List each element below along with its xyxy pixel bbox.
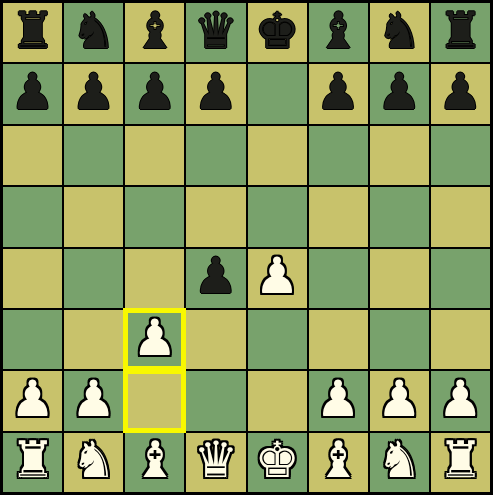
square-c6[interactable] (125, 126, 184, 185)
square-f7[interactable]: ♟ (309, 64, 368, 123)
square-d8[interactable]: ♛ (186, 3, 245, 62)
square-e8[interactable]: ♚ (248, 3, 307, 62)
square-e5[interactable] (248, 187, 307, 246)
square-c7[interactable]: ♟ (125, 64, 184, 123)
square-g4[interactable] (370, 249, 429, 308)
square-f3[interactable] (309, 310, 368, 369)
square-a1[interactable]: ♜ (3, 433, 62, 492)
piece-white-bishop[interactable]: ♝ (316, 435, 361, 485)
piece-white-bishop[interactable]: ♝ (132, 435, 177, 485)
square-g7[interactable]: ♟ (370, 64, 429, 123)
piece-white-pawn[interactable]: ♟ (71, 374, 116, 424)
piece-black-knight[interactable]: ♞ (71, 6, 116, 56)
square-b7[interactable]: ♟ (64, 64, 123, 123)
square-e6[interactable] (248, 126, 307, 185)
square-a4[interactable] (3, 249, 62, 308)
square-d3[interactable] (186, 310, 245, 369)
piece-black-king[interactable]: ♚ (255, 6, 300, 56)
square-c5[interactable] (125, 187, 184, 246)
piece-white-pawn[interactable]: ♟ (132, 313, 177, 363)
piece-white-pawn[interactable]: ♟ (438, 374, 483, 424)
square-f1[interactable]: ♝ (309, 433, 368, 492)
piece-white-pawn[interactable]: ♟ (316, 374, 361, 424)
square-d6[interactable] (186, 126, 245, 185)
square-f8[interactable]: ♝ (309, 3, 368, 62)
square-c4[interactable] (125, 249, 184, 308)
square-h3[interactable] (431, 310, 490, 369)
square-g2[interactable]: ♟ (370, 371, 429, 430)
piece-black-pawn[interactable]: ♟ (194, 251, 239, 301)
piece-black-queen[interactable]: ♛ (194, 6, 239, 56)
piece-black-pawn[interactable]: ♟ (10, 67, 55, 117)
piece-black-rook[interactable]: ♜ (10, 6, 55, 56)
square-h4[interactable] (431, 249, 490, 308)
square-g1[interactable]: ♞ (370, 433, 429, 492)
square-b5[interactable] (64, 187, 123, 246)
square-h1[interactable]: ♜ (431, 433, 490, 492)
piece-black-rook[interactable]: ♜ (438, 6, 483, 56)
square-e3[interactable] (248, 310, 307, 369)
square-a2[interactable]: ♟ (3, 371, 62, 430)
piece-white-rook[interactable]: ♜ (438, 435, 483, 485)
square-f2[interactable]: ♟ (309, 371, 368, 430)
piece-black-pawn[interactable]: ♟ (132, 67, 177, 117)
piece-white-pawn[interactable]: ♟ (10, 374, 55, 424)
square-c2[interactable] (125, 371, 184, 430)
square-d2[interactable] (186, 371, 245, 430)
square-f5[interactable] (309, 187, 368, 246)
square-c1[interactable]: ♝ (125, 433, 184, 492)
square-c8[interactable]: ♝ (125, 3, 184, 62)
square-h8[interactable]: ♜ (431, 3, 490, 62)
square-e2[interactable] (248, 371, 307, 430)
piece-white-queen[interactable]: ♛ (194, 435, 239, 485)
square-e7[interactable] (248, 64, 307, 123)
piece-white-knight[interactable]: ♞ (377, 435, 422, 485)
piece-black-bishop[interactable]: ♝ (316, 6, 361, 56)
square-d4[interactable]: ♟ (186, 249, 245, 308)
square-b8[interactable]: ♞ (64, 3, 123, 62)
square-b6[interactable] (64, 126, 123, 185)
piece-white-king[interactable]: ♚ (255, 435, 300, 485)
square-b1[interactable]: ♞ (64, 433, 123, 492)
piece-black-pawn[interactable]: ♟ (438, 67, 483, 117)
square-a6[interactable] (3, 126, 62, 185)
square-h7[interactable]: ♟ (431, 64, 490, 123)
square-a3[interactable] (3, 310, 62, 369)
square-d7[interactable]: ♟ (186, 64, 245, 123)
piece-white-rook[interactable]: ♜ (10, 435, 55, 485)
square-g5[interactable] (370, 187, 429, 246)
square-e1[interactable]: ♚ (248, 433, 307, 492)
piece-black-bishop[interactable]: ♝ (132, 6, 177, 56)
square-b2[interactable]: ♟ (64, 371, 123, 430)
square-f6[interactable] (309, 126, 368, 185)
piece-black-pawn[interactable]: ♟ (316, 67, 361, 117)
square-g8[interactable]: ♞ (370, 3, 429, 62)
square-a8[interactable]: ♜ (3, 3, 62, 62)
square-e4[interactable]: ♟ (248, 249, 307, 308)
piece-white-pawn[interactable]: ♟ (377, 374, 422, 424)
square-b3[interactable] (64, 310, 123, 369)
square-d5[interactable] (186, 187, 245, 246)
square-h5[interactable] (431, 187, 490, 246)
piece-black-pawn[interactable]: ♟ (71, 67, 116, 117)
piece-black-pawn[interactable]: ♟ (194, 67, 239, 117)
square-a5[interactable] (3, 187, 62, 246)
square-d1[interactable]: ♛ (186, 433, 245, 492)
square-h2[interactable]: ♟ (431, 371, 490, 430)
square-b4[interactable] (64, 249, 123, 308)
piece-white-knight[interactable]: ♞ (71, 435, 116, 485)
square-g3[interactable] (370, 310, 429, 369)
piece-black-knight[interactable]: ♞ (377, 6, 422, 56)
piece-black-pawn[interactable]: ♟ (377, 67, 422, 117)
square-c3[interactable]: ♟ (125, 310, 184, 369)
square-h6[interactable] (431, 126, 490, 185)
square-f4[interactable] (309, 249, 368, 308)
square-a7[interactable]: ♟ (3, 64, 62, 123)
chess-board: ♜♞♝♛♚♝♞♜♟♟♟♟♟♟♟♟♟♟♟♟♟♟♟♜♞♝♛♚♝♞♜ (0, 0, 493, 495)
chess-board-container: ♜♞♝♛♚♝♞♜♟♟♟♟♟♟♟♟♟♟♟♟♟♟♟♜♞♝♛♚♝♞♜ (0, 0, 493, 495)
piece-white-pawn[interactable]: ♟ (255, 251, 300, 301)
square-g6[interactable] (370, 126, 429, 185)
